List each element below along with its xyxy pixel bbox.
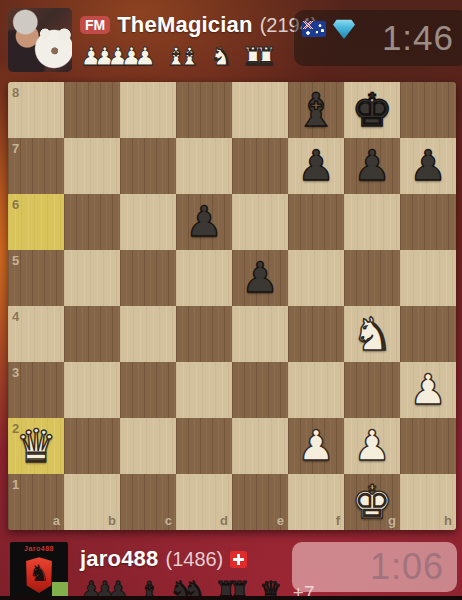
square-b4[interactable] [64, 306, 120, 362]
rank-label-3: 3 [12, 365, 19, 380]
piece-bk-g8[interactable]: ♚ [351, 87, 392, 133]
square-a8[interactable]: 8 [8, 82, 64, 138]
square-d2[interactable] [176, 418, 232, 474]
switzerland-flag-icon [230, 551, 247, 568]
square-g2[interactable]: ♟ [344, 418, 400, 474]
rank-label-5: 5 [12, 253, 19, 268]
square-b1[interactable]: b [64, 474, 120, 530]
square-e1[interactable]: e [232, 474, 288, 530]
square-a3[interactable]: 3 [8, 362, 64, 418]
diamond-gem-icon [333, 18, 355, 39]
square-f2[interactable]: ♟ [288, 418, 344, 474]
square-e3[interactable] [232, 362, 288, 418]
chess-board[interactable]: 8♝♚7♟♟♟6♟5♟4♞3♟2♛♟♟1abcdefg♚h [8, 82, 456, 530]
file-label-a: a [53, 513, 60, 528]
square-c4[interactable] [120, 306, 176, 362]
knight-logo-icon: ♞ [29, 562, 50, 585]
shield-logo: ♞ [22, 555, 56, 593]
rank-label-4: 4 [12, 309, 19, 324]
square-f5[interactable] [288, 250, 344, 306]
piece-bb-f8[interactable]: ♝ [295, 87, 336, 133]
square-a4[interactable]: 4 [8, 306, 64, 362]
square-f1[interactable]: f [288, 474, 344, 530]
piece-wp-h3[interactable]: ♟ [409, 369, 447, 411]
file-label-c: c [165, 513, 172, 528]
square-f6[interactable] [288, 194, 344, 250]
square-e4[interactable] [232, 306, 288, 362]
file-label-e: e [277, 513, 284, 528]
square-g5[interactable] [344, 250, 400, 306]
square-e6[interactable] [232, 194, 288, 250]
file-label-h: h [444, 513, 452, 528]
piece-wk-g1[interactable]: ♚ [351, 479, 392, 525]
fm-title-badge: FM [80, 16, 110, 34]
square-g1[interactable]: g♚ [344, 474, 400, 530]
top-player-clock: 1:46 [294, 10, 462, 66]
square-a2[interactable]: 2♛ [8, 418, 64, 474]
square-h8[interactable] [400, 82, 456, 138]
square-c7[interactable] [120, 138, 176, 194]
square-c3[interactable] [120, 362, 176, 418]
bottom-clock-time: 1:06 [370, 546, 444, 588]
top-clock-time: 1:46 [382, 18, 454, 58]
piece-wq-a2[interactable]: ♛ [15, 423, 56, 469]
piece-wp-f2[interactable]: ♟ [297, 425, 335, 467]
file-label-b: b [108, 513, 116, 528]
square-a7[interactable]: 7 [8, 138, 64, 194]
square-d7[interactable] [176, 138, 232, 194]
bottom-player-rating: (1486) [165, 548, 223, 571]
rank-label-8: 8 [12, 85, 19, 100]
bottom-player-name-row: jaro488 (1486) [80, 546, 314, 572]
square-c2[interactable] [120, 418, 176, 474]
top-player-info[interactable]: FM TheMagician (2194) ♟♟♟♟♟♝♝♞♜♜ [80, 12, 317, 70]
captured-b-icon: ♝ [179, 44, 201, 70]
square-e5[interactable]: ♟ [232, 250, 288, 306]
rank-label-6: 6 [12, 197, 19, 212]
captured-n-icon: ♞ [210, 44, 232, 70]
square-h4[interactable] [400, 306, 456, 362]
square-g3[interactable] [344, 362, 400, 418]
square-d4[interactable] [176, 306, 232, 362]
piece-wn-g4[interactable]: ♞ [351, 311, 392, 357]
square-b5[interactable] [64, 250, 120, 306]
square-e2[interactable] [232, 418, 288, 474]
square-e8[interactable] [232, 82, 288, 138]
captured-group-r: ♜♜ [241, 44, 277, 70]
square-b2[interactable] [64, 418, 120, 474]
top-captured-tray: ♟♟♟♟♟♝♝♞♜♜ [80, 43, 317, 70]
square-b8[interactable] [64, 82, 120, 138]
square-h6[interactable] [400, 194, 456, 250]
bottom-player-info[interactable]: jaro488 (1486) ♟♟♟♝♞♞♜♜♛+7 [80, 546, 314, 600]
square-b7[interactable] [64, 138, 120, 194]
square-c8[interactable] [120, 82, 176, 138]
captured-group-n: ♞ [210, 44, 232, 70]
square-a6[interactable]: 6 [8, 194, 64, 250]
square-c1[interactable]: c [120, 474, 176, 530]
square-d5[interactable] [176, 250, 232, 306]
square-d6[interactable]: ♟ [176, 194, 232, 250]
captured-group-b: ♝♝ [165, 44, 201, 70]
square-g6[interactable] [344, 194, 400, 250]
rank-label-7: 7 [12, 141, 19, 156]
square-c5[interactable] [120, 250, 176, 306]
top-player-name-row: FM TheMagician (2194) [80, 12, 317, 38]
piece-wp-g2[interactable]: ♟ [353, 425, 391, 467]
square-a5[interactable]: 5 [8, 250, 64, 306]
captured-p-icon: ♟ [134, 44, 156, 70]
bottom-player-avatar[interactable]: Jaro488 ♞ [10, 542, 68, 600]
square-e7[interactable] [232, 138, 288, 194]
file-label-f: f [336, 513, 340, 528]
australia-flag-icon [302, 21, 326, 37]
square-g4[interactable]: ♞ [344, 306, 400, 362]
square-f7[interactable]: ♟ [288, 138, 344, 194]
rank-label-1: 1 [12, 477, 19, 492]
captured-r-icon: ♜ [255, 44, 277, 70]
square-f4[interactable] [288, 306, 344, 362]
square-h1[interactable]: h [400, 474, 456, 530]
captured-group-p: ♟♟♟♟♟ [80, 44, 156, 70]
square-d8[interactable] [176, 82, 232, 138]
top-player-name: TheMagician [117, 12, 252, 38]
square-a1[interactable]: 1a [8, 474, 64, 530]
square-b3[interactable] [64, 362, 120, 418]
square-g7[interactable]: ♟ [344, 138, 400, 194]
square-g8[interactable]: ♚ [344, 82, 400, 138]
piece-bp-g7[interactable]: ♟ [353, 145, 391, 187]
square-h3[interactable]: ♟ [400, 362, 456, 418]
bottom-player-clock: 1:06 [292, 542, 457, 592]
top-player-avatar[interactable] [8, 8, 72, 72]
square-c6[interactable] [120, 194, 176, 250]
square-h7[interactable]: ♟ [400, 138, 456, 194]
piece-bp-h7[interactable]: ♟ [409, 145, 447, 187]
piece-bp-f7[interactable]: ♟ [297, 145, 335, 187]
square-h2[interactable] [400, 418, 456, 474]
square-f3[interactable] [288, 362, 344, 418]
file-label-d: d [220, 513, 228, 528]
bottom-player-name: jaro488 [80, 546, 158, 572]
piece-bp-e5[interactable]: ♟ [241, 257, 279, 299]
square-d1[interactable]: d [176, 474, 232, 530]
chess-app-screen: FM TheMagician (2194) ♟♟♟♟♟♝♝♞♜♜ 1:46 8♝… [0, 0, 462, 600]
avatar-label: Jaro488 [10, 545, 68, 552]
square-f8[interactable]: ♝ [288, 82, 344, 138]
square-h5[interactable] [400, 250, 456, 306]
square-d3[interactable] [176, 362, 232, 418]
piece-bp-d6[interactable]: ♟ [185, 201, 223, 243]
bottom-edge-strip [0, 596, 462, 600]
square-b6[interactable] [64, 194, 120, 250]
